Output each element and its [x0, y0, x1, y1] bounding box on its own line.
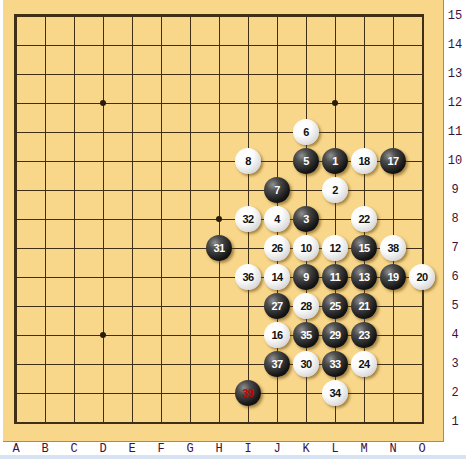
intersection-K15[interactable]	[292, 2, 321, 31]
intersection-A11[interactable]	[2, 118, 31, 147]
stone-white-4[interactable]: 4	[264, 206, 290, 232]
intersection-H4[interactable]	[205, 321, 234, 350]
intersection-I11[interactable]	[234, 118, 263, 147]
intersection-K2[interactable]	[292, 379, 321, 408]
stone-black-1[interactable]: 1	[322, 148, 348, 174]
intersection-O10[interactable]	[408, 147, 437, 176]
intersection-K7[interactable]: 10	[292, 234, 321, 263]
intersection-F8[interactable]	[147, 205, 176, 234]
intersection-N6[interactable]: 19	[379, 263, 408, 292]
intersection-L13[interactable]	[321, 60, 350, 89]
intersection-E3[interactable]	[118, 350, 147, 379]
intersection-C12[interactable]	[60, 89, 89, 118]
intersection-G6[interactable]	[176, 263, 205, 292]
stone-black-25[interactable]: 25	[322, 293, 348, 319]
intersection-A9[interactable]	[2, 176, 31, 205]
intersection-N10[interactable]: 17	[379, 147, 408, 176]
intersection-K6[interactable]: 9	[292, 263, 321, 292]
intersection-C13[interactable]	[60, 60, 89, 89]
intersection-H1[interactable]	[205, 408, 234, 437]
intersection-D2[interactable]	[89, 379, 118, 408]
intersection-F10[interactable]	[147, 147, 176, 176]
intersection-A13[interactable]	[2, 60, 31, 89]
row-label-3: 3	[445, 356, 465, 372]
intersection-C3[interactable]	[60, 350, 89, 379]
intersection-E13[interactable]	[118, 60, 147, 89]
intersection-C10[interactable]	[60, 147, 89, 176]
intersection-A15[interactable]	[2, 2, 31, 31]
intersection-K9[interactable]	[292, 176, 321, 205]
intersection-G3[interactable]	[176, 350, 205, 379]
intersection-N7[interactable]: 38	[379, 234, 408, 263]
intersection-A4[interactable]	[2, 321, 31, 350]
intersection-B6[interactable]	[31, 263, 60, 292]
intersection-N1[interactable]	[379, 408, 408, 437]
intersection-G13[interactable]	[176, 60, 205, 89]
intersection-C6[interactable]	[60, 263, 89, 292]
intersection-B8[interactable]	[31, 205, 60, 234]
intersection-H3[interactable]	[205, 350, 234, 379]
intersection-A10[interactable]	[2, 147, 31, 176]
intersection-M7[interactable]: 15	[350, 234, 379, 263]
move-number: 1	[332, 156, 338, 167]
intersection-D12[interactable]	[89, 89, 118, 118]
intersection-O4[interactable]	[408, 321, 437, 350]
intersection-I5[interactable]	[234, 292, 263, 321]
intersection-L14[interactable]	[321, 31, 350, 60]
intersection-L8[interactable]	[321, 205, 350, 234]
intersection-O2[interactable]	[408, 379, 437, 408]
intersection-O7[interactable]	[408, 234, 437, 263]
stone-black-23[interactable]: 23	[351, 322, 377, 348]
intersection-J6[interactable]: 14	[263, 263, 292, 292]
intersection-J8[interactable]: 4	[263, 205, 292, 234]
intersection-B10[interactable]	[31, 147, 60, 176]
intersection-E4[interactable]	[118, 321, 147, 350]
intersection-M14[interactable]	[350, 31, 379, 60]
intersection-M8[interactable]: 22	[350, 205, 379, 234]
intersection-B15[interactable]	[31, 2, 60, 31]
intersection-E8[interactable]	[118, 205, 147, 234]
intersection-O12[interactable]	[408, 89, 437, 118]
move-number: 17	[387, 156, 398, 167]
intersection-O5[interactable]	[408, 292, 437, 321]
intersection-I3[interactable]	[234, 350, 263, 379]
stone-white-18[interactable]: 18	[351, 148, 377, 174]
row-label-15: 15	[445, 8, 465, 24]
intersection-J13[interactable]	[263, 60, 292, 89]
move-number: 25	[329, 301, 340, 312]
intersection-D10[interactable]	[89, 147, 118, 176]
intersection-I10[interactable]: 8	[234, 147, 263, 176]
move-number: 18	[358, 156, 369, 167]
intersection-B11[interactable]	[31, 118, 60, 147]
intersection-A5[interactable]	[2, 292, 31, 321]
intersection-L12[interactable]	[321, 89, 350, 118]
move-number: 33	[329, 359, 340, 370]
intersection-B3[interactable]	[31, 350, 60, 379]
intersection-M12[interactable]	[350, 89, 379, 118]
intersection-C2[interactable]	[60, 379, 89, 408]
stone-white-16[interactable]: 16	[264, 322, 290, 348]
intersection-G12[interactable]	[176, 89, 205, 118]
intersection-E1[interactable]	[118, 408, 147, 437]
intersection-H11[interactable]	[205, 118, 234, 147]
intersection-O15[interactable]	[408, 2, 437, 31]
intersection-G4[interactable]	[176, 321, 205, 350]
stone-black-31[interactable]: 31	[206, 235, 232, 261]
stone-black-11[interactable]: 11	[322, 264, 348, 290]
intersection-F14[interactable]	[147, 31, 176, 60]
stone-black-17[interactable]: 17	[380, 148, 406, 174]
move-number: 20	[416, 272, 427, 283]
intersection-K10[interactable]: 5	[292, 147, 321, 176]
intersection-G2[interactable]	[176, 379, 205, 408]
row-label-8: 8	[445, 211, 465, 227]
row-label-1: 1	[445, 414, 465, 430]
move-number: 29	[329, 330, 340, 341]
intersection-G8[interactable]	[176, 205, 205, 234]
intersection-I9[interactable]	[234, 176, 263, 205]
intersection-I13[interactable]	[234, 60, 263, 89]
move-number: 26	[271, 243, 282, 254]
move-number: 23	[358, 330, 369, 341]
intersection-G9[interactable]	[176, 176, 205, 205]
stone-black-3[interactable]: 3	[293, 206, 319, 232]
intersection-N14[interactable]	[379, 31, 408, 60]
row-label-13: 13	[445, 66, 465, 82]
intersection-K12[interactable]	[292, 89, 321, 118]
intersection-K3[interactable]: 30	[292, 350, 321, 379]
intersection-K4[interactable]: 35	[292, 321, 321, 350]
stone-black-37[interactable]: 37	[264, 351, 290, 377]
intersection-G5[interactable]	[176, 292, 205, 321]
intersection-G10[interactable]	[176, 147, 205, 176]
move-number: 13	[358, 272, 369, 283]
intersection-D15[interactable]	[89, 2, 118, 31]
intersection-H6[interactable]	[205, 263, 234, 292]
intersection-D14[interactable]	[89, 31, 118, 60]
intersection-D11[interactable]	[89, 118, 118, 147]
intersection-E5[interactable]	[118, 292, 147, 321]
intersection-L10[interactable]: 1	[321, 147, 350, 176]
intersection-L2[interactable]: 34	[321, 379, 350, 408]
intersection-C1[interactable]	[60, 408, 89, 437]
intersection-M9[interactable]	[350, 176, 379, 205]
stone-black-7[interactable]: 7	[264, 177, 290, 203]
row-label-14: 14	[445, 37, 465, 53]
intersection-I12[interactable]	[234, 89, 263, 118]
intersection-I15[interactable]	[234, 2, 263, 31]
intersection-B2[interactable]	[31, 379, 60, 408]
intersection-G1[interactable]	[176, 408, 205, 437]
intersection-F1[interactable]	[147, 408, 176, 437]
intersection-M13[interactable]	[350, 60, 379, 89]
stone-white-22[interactable]: 22	[351, 206, 377, 232]
intersection-M6[interactable]: 13	[350, 263, 379, 292]
intersection-H13[interactable]	[205, 60, 234, 89]
intersection-F11[interactable]	[147, 118, 176, 147]
move-number: 30	[300, 359, 311, 370]
stone-white-20[interactable]: 20	[409, 264, 435, 290]
intersection-O3[interactable]	[408, 350, 437, 379]
intersection-J1[interactable]	[263, 408, 292, 437]
intersection-C7[interactable]	[60, 234, 89, 263]
intersection-H7[interactable]: 31	[205, 234, 234, 263]
intersection-I2[interactable]: 39	[234, 379, 263, 408]
stone-white-32[interactable]: 32	[235, 206, 261, 232]
intersection-M11[interactable]	[350, 118, 379, 147]
intersection-F6[interactable]	[147, 263, 176, 292]
intersection-A1[interactable]	[2, 408, 31, 437]
stone-white-28[interactable]: 28	[293, 293, 319, 319]
intersection-M4[interactable]: 23	[350, 321, 379, 350]
intersection-G7[interactable]	[176, 234, 205, 263]
intersection-H5[interactable]	[205, 292, 234, 321]
intersection-L3[interactable]: 33	[321, 350, 350, 379]
intersection-C9[interactable]	[60, 176, 89, 205]
intersection-F13[interactable]	[147, 60, 176, 89]
stone-black-21[interactable]: 21	[351, 293, 377, 319]
intersection-F4[interactable]	[147, 321, 176, 350]
intersection-G11[interactable]	[176, 118, 205, 147]
intersection-J2[interactable]	[263, 379, 292, 408]
intersection-E6[interactable]	[118, 263, 147, 292]
intersection-O9[interactable]	[408, 176, 437, 205]
intersection-A7[interactable]	[2, 234, 31, 263]
intersection-I1[interactable]	[234, 408, 263, 437]
intersection-A2[interactable]	[2, 379, 31, 408]
stone-black-9[interactable]: 9	[293, 264, 319, 290]
intersection-D7[interactable]	[89, 234, 118, 263]
intersection-B7[interactable]	[31, 234, 60, 263]
intersection-L11[interactable]	[321, 118, 350, 147]
row-label-6: 6	[445, 269, 465, 285]
move-number: 31	[213, 243, 224, 254]
intersection-F15[interactable]	[147, 2, 176, 31]
stone-black-27[interactable]: 27	[264, 293, 290, 319]
move-number: 16	[271, 330, 282, 341]
intersection-M15[interactable]	[350, 2, 379, 31]
intersection-D6[interactable]	[89, 263, 118, 292]
intersection-C4[interactable]	[60, 321, 89, 350]
row-label-10: 10	[445, 153, 465, 169]
intersection-J9[interactable]: 7	[263, 176, 292, 205]
intersection-G15[interactable]	[176, 2, 205, 31]
move-number: 9	[303, 272, 309, 283]
stone-black-19[interactable]: 19	[380, 264, 406, 290]
intersection-O1[interactable]	[408, 408, 437, 437]
intersection-H14[interactable]	[205, 31, 234, 60]
intersection-K14[interactable]	[292, 31, 321, 60]
intersection-H12[interactable]	[205, 89, 234, 118]
bottom-edge-strip	[0, 455, 466, 459]
move-number: 28	[300, 301, 311, 312]
intersection-J12[interactable]	[263, 89, 292, 118]
intersection-H2[interactable]	[205, 379, 234, 408]
intersection-M1[interactable]	[350, 408, 379, 437]
intersection-J4[interactable]: 16	[263, 321, 292, 350]
intersection-N5[interactable]	[379, 292, 408, 321]
intersection-B14[interactable]	[31, 31, 60, 60]
move-number: 34	[329, 388, 340, 399]
intersection-L4[interactable]: 29	[321, 321, 350, 350]
stone-white-30[interactable]: 30	[293, 351, 319, 377]
intersection-I7[interactable]	[234, 234, 263, 263]
intersection-B1[interactable]	[31, 408, 60, 437]
intersection-N4[interactable]	[379, 321, 408, 350]
gomoku-diagram: 6851181772324322312610121538361491113192…	[0, 0, 466, 459]
intersection-A3[interactable]	[2, 350, 31, 379]
intersection-J14[interactable]	[263, 31, 292, 60]
intersection-A12[interactable]	[2, 89, 31, 118]
intersection-B12[interactable]	[31, 89, 60, 118]
stone-black-33[interactable]: 33	[322, 351, 348, 377]
intersection-L7[interactable]: 12	[321, 234, 350, 263]
intersection-J10[interactable]	[263, 147, 292, 176]
intersection-F12[interactable]	[147, 89, 176, 118]
intersection-N11[interactable]	[379, 118, 408, 147]
intersection-H15[interactable]	[205, 2, 234, 31]
intersection-F5[interactable]	[147, 292, 176, 321]
intersection-D8[interactable]	[89, 205, 118, 234]
intersection-F3[interactable]	[147, 350, 176, 379]
move-number: 10	[300, 243, 311, 254]
intersection-K5[interactable]: 28	[292, 292, 321, 321]
intersection-C8[interactable]	[60, 205, 89, 234]
stone-black-15[interactable]: 15	[351, 235, 377, 261]
intersection-D13[interactable]	[89, 60, 118, 89]
intersection-C11[interactable]	[60, 118, 89, 147]
intersection-K13[interactable]	[292, 60, 321, 89]
intersection-I14[interactable]	[234, 31, 263, 60]
stone-white-38[interactable]: 38	[380, 235, 406, 261]
intersection-I8[interactable]: 32	[234, 205, 263, 234]
stone-white-24[interactable]: 24	[351, 351, 377, 377]
stone-white-8[interactable]: 8	[235, 148, 261, 174]
move-number: 24	[358, 359, 369, 370]
intersection-N9[interactable]	[379, 176, 408, 205]
intersection-J3[interactable]: 37	[263, 350, 292, 379]
intersection-D1[interactable]	[89, 408, 118, 437]
intersection-L9[interactable]: 2	[321, 176, 350, 205]
intersection-I4[interactable]	[234, 321, 263, 350]
intersection-E14[interactable]	[118, 31, 147, 60]
intersection-B5[interactable]	[31, 292, 60, 321]
move-number: 6	[303, 127, 309, 138]
move-number: 8	[245, 156, 251, 167]
intersection-M2[interactable]	[350, 379, 379, 408]
intersection-N12[interactable]	[379, 89, 408, 118]
intersection-N8[interactable]	[379, 205, 408, 234]
intersection-L6[interactable]: 11	[321, 263, 350, 292]
intersection-J5[interactable]: 27	[263, 292, 292, 321]
intersection-E12[interactable]	[118, 89, 147, 118]
intersection-O14[interactable]	[408, 31, 437, 60]
intersection-C15[interactable]	[60, 2, 89, 31]
intersection-K11[interactable]: 6	[292, 118, 321, 147]
intersection-O11[interactable]	[408, 118, 437, 147]
intersection-O13[interactable]	[408, 60, 437, 89]
intersection-L5[interactable]: 25	[321, 292, 350, 321]
intersection-N3[interactable]	[379, 350, 408, 379]
intersection-K1[interactable]	[292, 408, 321, 437]
intersection-H8[interactable]	[205, 205, 234, 234]
stone-black-35[interactable]: 35	[293, 322, 319, 348]
intersection-E11[interactable]	[118, 118, 147, 147]
intersection-B13[interactable]	[31, 60, 60, 89]
intersection-M5[interactable]: 21	[350, 292, 379, 321]
stone-black-39[interactable]: 39	[235, 380, 261, 406]
stone-black-13[interactable]: 13	[351, 264, 377, 290]
intersection-C5[interactable]	[60, 292, 89, 321]
intersection-C14[interactable]	[60, 31, 89, 60]
intersection-F2[interactable]	[147, 379, 176, 408]
intersection-J7[interactable]: 26	[263, 234, 292, 263]
intersection-M3[interactable]: 24	[350, 350, 379, 379]
move-number: 14	[271, 272, 282, 283]
intersection-E2[interactable]	[118, 379, 147, 408]
intersection-K8[interactable]: 3	[292, 205, 321, 234]
intersection-E15[interactable]	[118, 2, 147, 31]
intersection-N2[interactable]	[379, 379, 408, 408]
intersection-O6[interactable]: 20	[408, 263, 437, 292]
intersection-N15[interactable]	[379, 2, 408, 31]
stone-black-29[interactable]: 29	[322, 322, 348, 348]
intersection-H9[interactable]	[205, 176, 234, 205]
move-number: 27	[271, 301, 282, 312]
intersection-N13[interactable]	[379, 60, 408, 89]
intersection-G14[interactable]	[176, 31, 205, 60]
intersection-D4[interactable]	[89, 321, 118, 350]
intersection-H10[interactable]	[205, 147, 234, 176]
intersection-F9[interactable]	[147, 176, 176, 205]
intersection-A6[interactable]	[2, 263, 31, 292]
move-number: 35	[300, 330, 311, 341]
intersection-L1[interactable]	[321, 408, 350, 437]
intersection-J15[interactable]	[263, 2, 292, 31]
intersection-L15[interactable]	[321, 2, 350, 31]
intersection-J11[interactable]	[263, 118, 292, 147]
intersection-B4[interactable]	[31, 321, 60, 350]
intersection-E9[interactable]	[118, 176, 147, 205]
intersection-D5[interactable]	[89, 292, 118, 321]
intersection-D3[interactable]	[89, 350, 118, 379]
intersection-D9[interactable]	[89, 176, 118, 205]
stone-white-34[interactable]: 34	[322, 380, 348, 406]
stone-white-26[interactable]: 26	[264, 235, 290, 261]
intersection-E7[interactable]	[118, 234, 147, 263]
stone-white-14[interactable]: 14	[264, 264, 290, 290]
intersection-A14[interactable]	[2, 31, 31, 60]
intersection-I6[interactable]: 36	[234, 263, 263, 292]
board-grid: 6851181772324322312610121538361491113192…	[2, 2, 437, 437]
intersection-E10[interactable]	[118, 147, 147, 176]
move-number: 22	[358, 214, 369, 225]
row-label-4: 4	[445, 327, 465, 343]
stone-white-2[interactable]: 2	[322, 177, 348, 203]
stone-white-6[interactable]: 6	[293, 119, 319, 145]
stone-black-5[interactable]: 5	[293, 148, 319, 174]
stone-white-12[interactable]: 12	[322, 235, 348, 261]
intersection-M10[interactable]: 18	[350, 147, 379, 176]
intersection-F7[interactable]	[147, 234, 176, 263]
intersection-B9[interactable]	[31, 176, 60, 205]
stone-white-10[interactable]: 10	[293, 235, 319, 261]
stone-white-36[interactable]: 36	[235, 264, 261, 290]
intersection-A8[interactable]	[2, 205, 31, 234]
intersection-O8[interactable]	[408, 205, 437, 234]
